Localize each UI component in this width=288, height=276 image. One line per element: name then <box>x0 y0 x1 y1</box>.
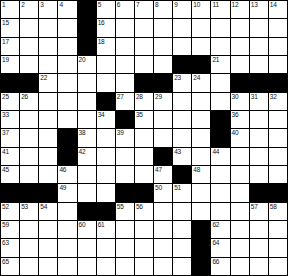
white-cell[interactable]: 8 <box>154 1 172 18</box>
white-cell[interactable]: 47 <box>154 166 172 183</box>
white-cell[interactable]: 24 <box>192 74 210 91</box>
black-cell <box>211 129 229 146</box>
clue-number: 50 <box>155 184 162 192</box>
white-cell[interactable]: 39 <box>116 129 134 146</box>
white-cell[interactable] <box>39 239 57 256</box>
white-cell[interactable] <box>20 19 38 36</box>
white-cell[interactable] <box>269 56 287 73</box>
white-cell[interactable]: 40 <box>231 129 249 146</box>
clue-number: 20 <box>79 56 86 64</box>
clue-number: 37 <box>2 129 9 137</box>
clue-number: 45 <box>2 166 9 174</box>
white-cell[interactable]: 61 <box>97 221 115 238</box>
white-cell[interactable]: 26 <box>20 93 38 110</box>
white-cell[interactable]: 64 <box>211 239 229 256</box>
white-cell[interactable] <box>269 129 287 146</box>
clue-number: 3 <box>40 1 43 9</box>
black-cell <box>58 148 76 165</box>
white-cell[interactable]: 33 <box>1 111 19 128</box>
black-cell <box>192 56 210 73</box>
white-cell[interactable]: 65 <box>1 258 19 275</box>
white-cell[interactable] <box>154 239 172 256</box>
white-cell[interactable] <box>78 74 96 91</box>
black-cell <box>250 74 268 91</box>
clue-number: 66 <box>212 258 219 266</box>
white-cell[interactable] <box>250 258 268 275</box>
clue-number: 5 <box>98 1 101 9</box>
white-cell[interactable] <box>39 166 57 183</box>
white-cell[interactable]: 9 <box>173 1 191 18</box>
white-cell[interactable] <box>39 111 57 128</box>
white-cell[interactable]: 53 <box>20 203 38 220</box>
black-cell <box>78 1 96 18</box>
white-cell[interactable] <box>78 258 96 275</box>
black-cell <box>78 203 96 220</box>
white-cell[interactable]: 16 <box>97 19 115 36</box>
white-cell[interactable] <box>20 129 38 146</box>
white-cell[interactable] <box>97 239 115 256</box>
white-cell[interactable] <box>173 19 191 36</box>
white-cell[interactable] <box>192 148 210 165</box>
white-cell[interactable] <box>250 129 268 146</box>
white-cell[interactable] <box>20 111 38 128</box>
white-cell[interactable] <box>20 38 38 55</box>
white-cell[interactable]: 45 <box>1 166 19 183</box>
white-cell[interactable] <box>58 93 76 110</box>
black-cell <box>231 74 249 91</box>
white-cell[interactable]: 5 <box>97 1 115 18</box>
clue-number: 18 <box>98 38 105 46</box>
black-cell <box>116 111 134 128</box>
white-cell[interactable] <box>135 239 153 256</box>
white-cell[interactable]: 28 <box>135 93 153 110</box>
clue-number: 27 <box>117 93 124 101</box>
white-cell[interactable]: 11 <box>211 1 229 18</box>
white-cell[interactable] <box>78 111 96 128</box>
white-cell[interactable]: 21 <box>211 56 229 73</box>
clue-number: 22 <box>40 74 47 82</box>
white-cell[interactable]: 10 <box>192 1 210 18</box>
white-cell[interactable] <box>97 166 115 183</box>
white-cell[interactable] <box>173 239 191 256</box>
white-cell[interactable]: 57 <box>250 203 268 220</box>
white-cell[interactable] <box>39 56 57 73</box>
white-cell[interactable]: 13 <box>250 1 268 18</box>
white-cell[interactable] <box>20 56 38 73</box>
white-cell[interactable]: 18 <box>97 38 115 55</box>
white-cell[interactable] <box>39 38 57 55</box>
clue-number: 34 <box>98 111 105 119</box>
black-cell <box>20 184 38 201</box>
clue-number: 26 <box>21 93 28 101</box>
white-cell[interactable] <box>20 258 38 275</box>
black-cell <box>250 184 268 201</box>
clue-number: 6 <box>117 1 120 9</box>
white-cell[interactable] <box>58 56 76 73</box>
white-cell[interactable] <box>116 239 134 256</box>
white-cell[interactable] <box>116 56 134 73</box>
clue-number: 12 <box>232 1 239 9</box>
white-cell[interactable]: 34 <box>97 111 115 128</box>
black-cell <box>173 166 191 183</box>
black-cell <box>211 111 229 128</box>
clue-number: 32 <box>270 93 277 101</box>
white-cell[interactable] <box>192 203 210 220</box>
clue-number: 54 <box>40 203 47 211</box>
white-cell[interactable] <box>116 148 134 165</box>
white-cell[interactable] <box>269 239 287 256</box>
white-cell[interactable]: 32 <box>269 93 287 110</box>
clue-number: 56 <box>136 203 143 211</box>
white-cell[interactable] <box>97 148 115 165</box>
white-cell[interactable]: 27 <box>116 93 134 110</box>
white-cell[interactable] <box>78 93 96 110</box>
white-cell[interactable] <box>269 221 287 238</box>
white-cell[interactable] <box>269 38 287 55</box>
white-cell[interactable]: 29 <box>154 93 172 110</box>
white-cell[interactable] <box>173 111 191 128</box>
clue-number: 57 <box>251 203 258 211</box>
clue-number: 24 <box>193 74 200 82</box>
white-cell[interactable]: 17 <box>1 38 19 55</box>
clue-number: 30 <box>232 93 239 101</box>
clue-number: 44 <box>212 148 219 156</box>
white-cell[interactable] <box>231 56 249 73</box>
white-cell[interactable] <box>231 19 249 36</box>
white-cell[interactable]: 30 <box>231 93 249 110</box>
white-cell[interactable] <box>154 19 172 36</box>
white-cell[interactable] <box>211 184 229 201</box>
white-cell[interactable]: 37 <box>1 129 19 146</box>
white-cell[interactable]: 49 <box>58 184 76 201</box>
clue-number: 61 <box>98 221 105 229</box>
black-cell <box>39 184 57 201</box>
white-cell[interactable] <box>116 38 134 55</box>
white-cell[interactable] <box>58 203 76 220</box>
white-cell[interactable]: 46 <box>58 166 76 183</box>
white-cell[interactable] <box>58 239 76 256</box>
clue-number: 42 <box>79 148 86 156</box>
white-cell[interactable] <box>154 111 172 128</box>
white-cell[interactable]: 60 <box>78 221 96 238</box>
white-cell[interactable] <box>39 19 57 36</box>
black-cell <box>1 184 19 201</box>
white-cell[interactable]: 36 <box>231 111 249 128</box>
white-cell[interactable] <box>116 74 134 91</box>
white-cell[interactable]: 1 <box>1 1 19 18</box>
clue-number: 51 <box>174 184 181 192</box>
clue-number: 17 <box>2 38 9 46</box>
white-cell[interactable]: 58 <box>269 203 287 220</box>
clue-number: 19 <box>2 56 9 64</box>
white-cell[interactable] <box>135 221 153 238</box>
white-cell[interactable] <box>135 19 153 36</box>
white-cell[interactable] <box>173 203 191 220</box>
white-cell[interactable] <box>173 129 191 146</box>
clue-number: 53 <box>21 203 28 211</box>
white-cell[interactable] <box>250 148 268 165</box>
white-cell[interactable] <box>135 129 153 146</box>
white-cell[interactable]: 3 <box>39 1 57 18</box>
clue-number: 7 <box>136 1 139 9</box>
white-cell[interactable]: 4 <box>58 1 76 18</box>
white-cell[interactable] <box>116 19 134 36</box>
white-cell[interactable]: 12 <box>231 1 249 18</box>
white-cell[interactable] <box>173 38 191 55</box>
clue-number: 55 <box>117 203 124 211</box>
black-cell <box>78 38 96 55</box>
clue-number: 14 <box>270 1 277 9</box>
white-cell[interactable] <box>116 221 134 238</box>
clue-number: 36 <box>232 111 239 119</box>
clue-number: 10 <box>193 1 200 9</box>
white-cell[interactable] <box>250 38 268 55</box>
clue-number: 52 <box>2 203 9 211</box>
white-cell[interactable] <box>58 74 76 91</box>
white-cell[interactable] <box>97 184 115 201</box>
crossword-grid: 1234567891011121314151617181920212223242… <box>0 0 288 276</box>
clue-number: 58 <box>270 203 277 211</box>
white-cell[interactable]: 48 <box>192 166 210 183</box>
clue-number: 64 <box>212 239 219 247</box>
black-cell <box>58 129 76 146</box>
clue-number: 47 <box>155 166 162 174</box>
white-cell[interactable] <box>211 93 229 110</box>
white-cell[interactable]: 44 <box>211 148 229 165</box>
white-cell[interactable] <box>192 129 210 146</box>
white-cell[interactable] <box>97 56 115 73</box>
clue-number: 29 <box>155 93 162 101</box>
white-cell[interactable] <box>269 166 287 183</box>
white-cell[interactable]: 2 <box>20 1 38 18</box>
clue-number: 60 <box>79 221 86 229</box>
clue-number: 1 <box>2 1 5 9</box>
white-cell[interactable] <box>39 258 57 275</box>
white-cell[interactable] <box>58 111 76 128</box>
white-cell[interactable] <box>231 221 249 238</box>
white-cell[interactable] <box>250 19 268 36</box>
white-cell[interactable]: 7 <box>135 1 153 18</box>
white-cell[interactable]: 20 <box>78 56 96 73</box>
white-cell[interactable] <box>78 184 96 201</box>
white-cell[interactable] <box>78 166 96 183</box>
white-cell[interactable] <box>269 19 287 36</box>
white-cell[interactable]: 50 <box>154 184 172 201</box>
white-cell[interactable]: 6 <box>116 1 134 18</box>
clue-number: 43 <box>174 148 181 156</box>
white-cell[interactable] <box>135 56 153 73</box>
clue-number: 9 <box>174 1 177 9</box>
white-cell[interactable] <box>250 111 268 128</box>
white-cell[interactable] <box>250 166 268 183</box>
white-cell[interactable] <box>250 221 268 238</box>
white-cell[interactable]: 43 <box>173 148 191 165</box>
white-cell[interactable] <box>250 56 268 73</box>
white-cell[interactable] <box>135 166 153 183</box>
white-cell[interactable] <box>154 258 172 275</box>
clue-number: 39 <box>117 129 124 137</box>
clue-number: 11 <box>212 1 218 9</box>
white-cell[interactable]: 62 <box>211 221 229 238</box>
white-cell[interactable] <box>116 258 134 275</box>
white-cell[interactable] <box>231 239 249 256</box>
black-cell <box>1 74 19 91</box>
clue-number: 4 <box>59 1 62 9</box>
white-cell[interactable] <box>154 221 172 238</box>
white-cell[interactable]: 31 <box>250 93 268 110</box>
clue-number: 49 <box>59 184 66 192</box>
clue-number: 13 <box>251 1 258 9</box>
black-cell <box>135 74 153 91</box>
white-cell[interactable] <box>58 38 76 55</box>
clue-number: 21 <box>212 56 219 64</box>
white-cell[interactable] <box>78 239 96 256</box>
clue-number: 41 <box>2 148 9 156</box>
white-cell[interactable] <box>269 258 287 275</box>
white-cell[interactable]: 22 <box>39 74 57 91</box>
white-cell[interactable] <box>39 93 57 110</box>
clue-number: 2 <box>21 1 24 9</box>
white-cell[interactable] <box>135 148 153 165</box>
white-cell[interactable] <box>231 203 249 220</box>
white-cell[interactable] <box>39 129 57 146</box>
white-cell[interactable]: 23 <box>173 74 191 91</box>
white-cell[interactable]: 42 <box>78 148 96 165</box>
white-cell[interactable] <box>135 38 153 55</box>
black-cell <box>78 19 96 36</box>
white-cell[interactable]: 51 <box>173 184 191 201</box>
white-cell[interactable] <box>39 148 57 165</box>
clue-number: 8 <box>155 1 158 9</box>
white-cell[interactable] <box>20 166 38 183</box>
white-cell[interactable] <box>154 38 172 55</box>
white-cell[interactable] <box>20 239 38 256</box>
white-cell[interactable] <box>250 239 268 256</box>
white-cell[interactable]: 55 <box>116 203 134 220</box>
white-cell[interactable] <box>58 19 76 36</box>
black-cell <box>173 56 191 73</box>
clue-number: 15 <box>2 19 9 27</box>
white-cell[interactable] <box>269 111 287 128</box>
clue-number: 16 <box>98 19 105 27</box>
white-cell[interactable] <box>211 74 229 91</box>
white-cell[interactable]: 52 <box>1 203 19 220</box>
clue-number: 28 <box>136 93 143 101</box>
black-cell <box>154 74 172 91</box>
white-cell[interactable] <box>173 93 191 110</box>
white-cell[interactable]: 63 <box>1 239 19 256</box>
white-cell[interactable]: 19 <box>1 56 19 73</box>
clue-number: 46 <box>59 166 66 174</box>
white-cell[interactable] <box>231 166 249 183</box>
white-cell[interactable] <box>231 258 249 275</box>
crossword-board: 1234567891011121314151617181920212223242… <box>0 0 288 276</box>
white-cell[interactable] <box>269 148 287 165</box>
white-cell[interactable] <box>211 203 229 220</box>
clue-number: 31 <box>251 93 258 101</box>
white-cell[interactable] <box>20 221 38 238</box>
white-cell[interactable]: 59 <box>1 221 19 238</box>
white-cell[interactable] <box>97 258 115 275</box>
white-cell[interactable] <box>173 258 191 275</box>
black-cell <box>20 74 38 91</box>
black-cell <box>116 184 134 201</box>
white-cell[interactable] <box>39 221 57 238</box>
black-cell <box>192 239 210 256</box>
white-cell[interactable] <box>116 166 134 183</box>
white-cell[interactable]: 54 <box>39 203 57 220</box>
black-cell <box>192 221 210 238</box>
black-cell <box>269 74 287 91</box>
black-cell <box>192 258 210 275</box>
clue-number: 38 <box>79 129 86 137</box>
white-cell[interactable] <box>154 203 172 220</box>
clue-number: 25 <box>2 93 9 101</box>
white-cell[interactable]: 35 <box>135 111 153 128</box>
black-cell <box>135 184 153 201</box>
white-cell[interactable] <box>231 148 249 165</box>
white-cell[interactable] <box>211 166 229 183</box>
white-cell[interactable]: 38 <box>78 129 96 146</box>
clue-number: 48 <box>193 166 200 174</box>
white-cell[interactable] <box>97 74 115 91</box>
white-cell[interactable]: 14 <box>269 1 287 18</box>
white-cell[interactable] <box>192 38 210 55</box>
white-cell[interactable] <box>135 258 153 275</box>
white-cell[interactable] <box>231 184 249 201</box>
white-cell[interactable] <box>58 258 76 275</box>
clue-number: 40 <box>232 129 239 137</box>
white-cell[interactable]: 66 <box>211 258 229 275</box>
black-cell <box>269 184 287 201</box>
white-cell[interactable] <box>211 19 229 36</box>
black-cell <box>97 203 115 220</box>
clue-number: 65 <box>2 258 9 266</box>
white-cell[interactable] <box>211 38 229 55</box>
black-cell <box>97 93 115 110</box>
black-cell <box>154 148 172 165</box>
white-cell[interactable] <box>192 111 210 128</box>
white-cell[interactable]: 25 <box>1 93 19 110</box>
white-cell[interactable] <box>192 93 210 110</box>
clue-number: 23 <box>174 74 181 82</box>
white-cell[interactable] <box>231 38 249 55</box>
clue-number: 33 <box>2 111 9 119</box>
white-cell[interactable] <box>58 221 76 238</box>
white-cell[interactable]: 56 <box>135 203 153 220</box>
white-cell[interactable] <box>97 129 115 146</box>
white-cell[interactable] <box>154 56 172 73</box>
white-cell[interactable] <box>192 19 210 36</box>
clue-number: 59 <box>2 221 9 229</box>
clue-number: 35 <box>136 111 143 119</box>
white-cell[interactable]: 41 <box>1 148 19 165</box>
white-cell[interactable] <box>192 184 210 201</box>
white-cell[interactable]: 15 <box>1 19 19 36</box>
clue-number: 63 <box>2 239 9 247</box>
white-cell[interactable] <box>154 129 172 146</box>
white-cell[interactable] <box>20 148 38 165</box>
white-cell[interactable] <box>173 221 191 238</box>
clue-number: 62 <box>212 221 219 229</box>
